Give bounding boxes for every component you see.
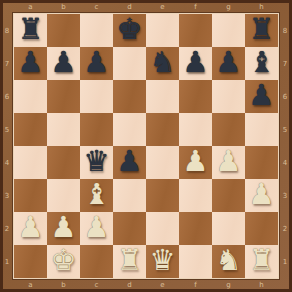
square-a7[interactable]: ♟ [14, 47, 47, 80]
square-c8[interactable] [80, 14, 113, 47]
rank-label-right-8: 8 [278, 24, 292, 38]
square-e5[interactable] [146, 113, 179, 146]
square-g4[interactable]: ♟ [212, 146, 245, 179]
file-label-top-d: d [123, 0, 137, 14]
rank-label-left-8: 8 [0, 24, 14, 38]
file-label-bottom-e: e [156, 278, 170, 292]
square-h5[interactable] [245, 113, 278, 146]
square-d8[interactable]: ♚ [113, 14, 146, 47]
square-h7[interactable]: ♝ [245, 47, 278, 80]
piece-black-bishop[interactable]: ♝ [249, 46, 275, 79]
square-c6[interactable] [80, 80, 113, 113]
square-h6[interactable]: ♟ [245, 80, 278, 113]
file-label-bottom-c: c [90, 278, 104, 292]
piece-black-pawn[interactable]: ♟ [249, 79, 275, 112]
square-c4[interactable]: ♛ [80, 146, 113, 179]
piece-black-pawn[interactable]: ♟ [51, 46, 77, 79]
rank-label-right-7: 7 [278, 57, 292, 71]
square-e6[interactable] [146, 80, 179, 113]
piece-black-queen[interactable]: ♛ [84, 145, 110, 178]
square-b5[interactable] [47, 113, 80, 146]
square-a5[interactable] [14, 113, 47, 146]
square-a8[interactable]: ♜ [14, 14, 47, 47]
square-e4[interactable] [146, 146, 179, 179]
file-label-top-a: a [24, 0, 38, 14]
square-f7[interactable]: ♟ [179, 47, 212, 80]
chessboard-photo: ♜♚♜♟♟♟♞♟♟♝♟♛♟♟♟♝♟♟♟♟♚♜♛♞♜ aabbccddeeffgg… [0, 0, 292, 292]
square-c3[interactable]: ♝ [80, 179, 113, 212]
rank-label-right-4: 4 [278, 156, 292, 170]
square-b1[interactable]: ♚ [47, 245, 80, 278]
piece-black-pawn[interactable]: ♟ [117, 145, 143, 178]
square-b4[interactable] [47, 146, 80, 179]
square-a3[interactable] [14, 179, 47, 212]
rank-label-left-7: 7 [0, 57, 14, 71]
square-f4[interactable]: ♟ [179, 146, 212, 179]
square-c2[interactable]: ♟ [80, 212, 113, 245]
file-label-top-b: b [57, 0, 71, 14]
square-g2[interactable] [212, 212, 245, 245]
piece-black-knight[interactable]: ♞ [150, 46, 176, 79]
file-label-bottom-d: d [123, 278, 137, 292]
square-h4[interactable] [245, 146, 278, 179]
file-label-top-h: h [255, 0, 269, 14]
piece-white-pawn[interactable]: ♟ [249, 178, 275, 211]
square-g6[interactable] [212, 80, 245, 113]
file-label-top-e: e [156, 0, 170, 14]
square-a2[interactable]: ♟ [14, 212, 47, 245]
file-label-top-g: g [222, 0, 236, 14]
square-d5[interactable] [113, 113, 146, 146]
rank-label-left-6: 6 [0, 90, 14, 104]
rank-label-left-4: 4 [0, 156, 14, 170]
piece-black-pawn[interactable]: ♟ [216, 46, 242, 79]
square-h3[interactable]: ♟ [245, 179, 278, 212]
rank-label-left-3: 3 [0, 189, 14, 203]
chess-board[interactable]: ♜♚♜♟♟♟♞♟♟♝♟♛♟♟♟♝♟♟♟♟♚♜♛♞♜ [14, 14, 278, 278]
file-label-bottom-f: f [189, 278, 203, 292]
square-b3[interactable] [47, 179, 80, 212]
piece-white-rook[interactable]: ♜ [117, 244, 143, 277]
square-d4[interactable]: ♟ [113, 146, 146, 179]
square-f3[interactable] [179, 179, 212, 212]
rank-label-left-1: 1 [0, 255, 14, 269]
piece-black-king[interactable]: ♚ [117, 13, 143, 46]
square-a1[interactable] [14, 245, 47, 278]
rank-label-right-3: 3 [278, 189, 292, 203]
file-label-top-f: f [189, 0, 203, 14]
piece-white-knight[interactable]: ♞ [216, 244, 242, 277]
square-g7[interactable]: ♟ [212, 47, 245, 80]
rank-label-right-2: 2 [278, 222, 292, 236]
square-b6[interactable] [47, 80, 80, 113]
square-a6[interactable] [14, 80, 47, 113]
rank-label-right-5: 5 [278, 123, 292, 137]
rank-label-left-2: 2 [0, 222, 14, 236]
file-label-bottom-h: h [255, 278, 269, 292]
square-h8[interactable]: ♜ [245, 14, 278, 47]
square-f2[interactable] [179, 212, 212, 245]
square-h2[interactable] [245, 212, 278, 245]
piece-black-rook[interactable]: ♜ [249, 13, 275, 46]
square-f5[interactable] [179, 113, 212, 146]
square-e7[interactable]: ♞ [146, 47, 179, 80]
piece-black-pawn[interactable]: ♟ [183, 46, 209, 79]
square-g5[interactable] [212, 113, 245, 146]
file-label-bottom-a: a [24, 278, 38, 292]
piece-white-pawn[interactable]: ♟ [51, 211, 77, 244]
square-h1[interactable]: ♜ [245, 245, 278, 278]
rank-label-right-6: 6 [278, 90, 292, 104]
square-d7[interactable] [113, 47, 146, 80]
piece-white-rook[interactable]: ♜ [249, 244, 275, 277]
square-b8[interactable] [47, 14, 80, 47]
square-d1[interactable]: ♜ [113, 245, 146, 278]
square-c5[interactable] [80, 113, 113, 146]
piece-white-king[interactable]: ♚ [51, 244, 77, 277]
piece-black-pawn[interactable]: ♟ [18, 46, 44, 79]
piece-white-queen[interactable]: ♛ [150, 244, 176, 277]
square-e8[interactable] [146, 14, 179, 47]
piece-black-pawn[interactable]: ♟ [84, 46, 110, 79]
piece-white-bishop[interactable]: ♝ [84, 178, 110, 211]
square-d3[interactable] [113, 179, 146, 212]
square-a4[interactable] [14, 146, 47, 179]
square-d6[interactable] [113, 80, 146, 113]
square-f1[interactable] [179, 245, 212, 278]
rank-label-right-1: 1 [278, 255, 292, 269]
square-b2[interactable]: ♟ [47, 212, 80, 245]
piece-white-pawn[interactable]: ♟ [84, 211, 110, 244]
square-c1[interactable] [80, 245, 113, 278]
square-e2[interactable] [146, 212, 179, 245]
square-e3[interactable] [146, 179, 179, 212]
square-f6[interactable] [179, 80, 212, 113]
file-label-bottom-b: b [57, 278, 71, 292]
square-g1[interactable]: ♞ [212, 245, 245, 278]
square-c7[interactable]: ♟ [80, 47, 113, 80]
file-label-top-c: c [90, 0, 104, 14]
square-g3[interactable] [212, 179, 245, 212]
file-label-bottom-g: g [222, 278, 236, 292]
piece-black-rook[interactable]: ♜ [18, 13, 44, 46]
rank-label-left-5: 5 [0, 123, 14, 137]
square-g8[interactable] [212, 14, 245, 47]
piece-white-pawn[interactable]: ♟ [216, 145, 242, 178]
square-d2[interactable] [113, 212, 146, 245]
piece-white-pawn[interactable]: ♟ [183, 145, 209, 178]
square-b7[interactable]: ♟ [47, 47, 80, 80]
piece-white-pawn[interactable]: ♟ [18, 211, 44, 244]
square-e1[interactable]: ♛ [146, 245, 179, 278]
square-f8[interactable] [179, 14, 212, 47]
